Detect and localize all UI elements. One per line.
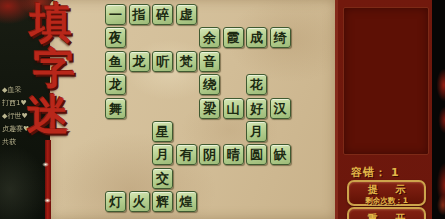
tile-霞[interactable]: 霞	[223, 27, 244, 48]
clue-display	[343, 7, 429, 155]
tile-月[interactable]: 月	[246, 121, 267, 142]
tile-月[interactable]: 月	[152, 144, 173, 165]
tolerance-status: 容错：1	[351, 161, 431, 177]
tile-虚[interactable]: 虚	[176, 4, 197, 25]
title-ribbon	[45, 140, 51, 219]
title-char-1: 填	[20, 0, 82, 46]
tile-绮[interactable]: 绮	[270, 27, 291, 48]
tile-碎[interactable]: 碎	[152, 4, 173, 25]
tile-梁[interactable]: 梁	[199, 98, 220, 119]
title-char-3: 迷	[17, 92, 79, 138]
tile-辉[interactable]: 辉	[152, 191, 173, 212]
tile-汉[interactable]: 汉	[270, 98, 291, 119]
sparkle-icon	[42, 162, 49, 167]
tile-火[interactable]: 火	[129, 191, 150, 212]
title-char-2: 字	[23, 46, 85, 92]
tile-音[interactable]: 音	[199, 51, 220, 72]
tile-绕[interactable]: 绕	[199, 74, 220, 95]
tile-鱼[interactable]: 鱼	[105, 51, 126, 72]
tile-山[interactable]: 山	[223, 98, 244, 119]
hint-button-label: 提 示	[349, 184, 424, 196]
tile-花[interactable]: 花	[246, 74, 267, 95]
tile-龙[interactable]: 龙	[129, 51, 150, 72]
hint-button[interactable]: 提 示 剩余次数：1	[347, 180, 426, 206]
control-panel: 容错：1 提 示 剩余次数：1 重 开	[335, 0, 432, 219]
tile-晴[interactable]: 晴	[223, 144, 244, 165]
tile-一[interactable]: 一	[105, 4, 126, 25]
puzzle-grid: 一指碎虚夜余霞成绮鱼龙听梵音龙绕花舞梁山好汉星月月有阴晴圆缺交灯火辉煌	[105, 4, 293, 215]
decorative-artwork	[432, 0, 445, 219]
sparkle-icon	[44, 198, 51, 203]
tile-指[interactable]: 指	[129, 4, 150, 25]
restart-button-label: 重 开	[349, 213, 424, 219]
tolerance-label: 容错：	[351, 165, 387, 180]
tile-余[interactable]: 余	[199, 27, 220, 48]
tile-成[interactable]: 成	[246, 27, 267, 48]
tile-阴[interactable]: 阴	[199, 144, 220, 165]
tile-夜[interactable]: 夜	[105, 27, 126, 48]
tile-星[interactable]: 星	[152, 121, 173, 142]
tile-交[interactable]: 交	[152, 168, 173, 189]
tolerance-value: 1	[391, 166, 400, 179]
tile-缺[interactable]: 缺	[270, 144, 291, 165]
game-window: ◆血采打西1♥◆行世♥贞趣赛♥共获 填 字 迷 一指碎虚夜余霞成绮鱼龙听梵音龙绕…	[0, 0, 445, 219]
tile-圆[interactable]: 圆	[246, 144, 267, 165]
tile-有[interactable]: 有	[176, 144, 197, 165]
game-title: 填 字 迷	[20, 0, 82, 138]
hint-remaining-count: 剩余次数：1	[349, 196, 424, 205]
tile-煌[interactable]: 煌	[176, 191, 197, 212]
tile-听[interactable]: 听	[152, 51, 173, 72]
restart-button[interactable]: 重 开	[347, 207, 426, 219]
tile-好[interactable]: 好	[246, 98, 267, 119]
tile-灯[interactable]: 灯	[105, 191, 126, 212]
tile-龙[interactable]: 龙	[105, 74, 126, 95]
tile-梵[interactable]: 梵	[176, 51, 197, 72]
tile-舞[interactable]: 舞	[105, 98, 126, 119]
